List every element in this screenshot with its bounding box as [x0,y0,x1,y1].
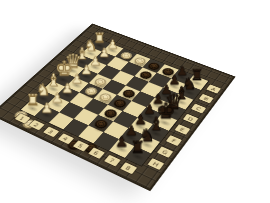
file-label-B: B [199,94,214,103]
white-pawn-h2: ♟ [38,101,56,114]
file-label-F: F [166,135,182,146]
chess-checkers-board: ♜♟♞♟♝♟♛♟♟♚♜♟♟♝♞♟♟♞♝♟♟♜♛♟♟♚♟♝♟♞♟♜ 1234567… [0,23,236,191]
file-label-C: C [191,104,206,114]
file-label-E: E [175,124,191,135]
rank-label-7: 7 [104,155,121,167]
rank-label-8: 8 [120,162,137,174]
file-label-A: A [206,84,221,93]
file-label-H: H [148,158,165,170]
file-label-D: D [183,114,198,124]
file-label-G: G [157,146,173,157]
rank-label-3: 3 [43,126,59,137]
black-rook-h8: ♜ [129,139,148,156]
product-photo-canvas: ♜♟♞♟♝♟♛♟♟♚♜♟♟♝♞♟♟♞♝♟♟♜♛♟♟♚♟♝♟♞♟♜ 1234567… [0,0,270,203]
